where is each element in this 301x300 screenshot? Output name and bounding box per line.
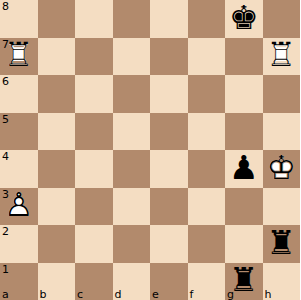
square-c6[interactable]	[75, 75, 113, 113]
square-e7[interactable]	[150, 38, 188, 76]
square-h4[interactable]: ♚♔	[263, 150, 301, 188]
square-c8[interactable]	[75, 0, 113, 38]
square-a2[interactable]: 2	[0, 225, 38, 263]
square-g7[interactable]	[225, 38, 263, 76]
square-f2[interactable]	[188, 225, 226, 263]
chess-board: 8♚7♜♖♜♖654♟♚♔3♟♙2♜1abcdefg♜h	[0, 0, 300, 300]
file-label-h: h	[265, 289, 272, 300]
square-b7[interactable]	[38, 38, 76, 76]
square-d2[interactable]	[113, 225, 151, 263]
square-d1[interactable]: d	[113, 263, 151, 300]
square-e6[interactable]	[150, 75, 188, 113]
square-g1[interactable]: g♜	[225, 263, 263, 300]
square-e2[interactable]	[150, 225, 188, 263]
square-f4[interactable]	[188, 150, 226, 188]
square-g5[interactable]	[225, 113, 263, 151]
black-rook-glyph: ♜	[266, 226, 296, 259]
piece-black-rook-g1[interactable]: ♜	[225, 263, 263, 300]
square-c7[interactable]	[75, 38, 113, 76]
black-rook-glyph: ♜	[229, 263, 259, 296]
piece-black-rook-h2[interactable]: ♜	[263, 225, 301, 263]
black-pawn-glyph: ♟	[229, 151, 259, 184]
square-d4[interactable]	[113, 150, 151, 188]
square-g4[interactable]: ♟	[225, 150, 263, 188]
file-label-c: c	[77, 289, 83, 300]
rank-label-1: 1	[2, 264, 9, 275]
square-e8[interactable]	[150, 0, 188, 38]
square-f7[interactable]	[188, 38, 226, 76]
square-c1[interactable]: c	[75, 263, 113, 300]
file-label-b: b	[40, 289, 47, 300]
square-d3[interactable]	[113, 188, 151, 226]
rank-label-6: 6	[2, 76, 9, 87]
square-d5[interactable]	[113, 113, 151, 151]
square-h8[interactable]	[263, 0, 301, 38]
square-b2[interactable]	[38, 225, 76, 263]
square-a7[interactable]: 7♜♖	[0, 38, 38, 76]
piece-white-pawn-a3[interactable]: ♟♙	[0, 188, 38, 226]
white-king-glyph: ♔	[266, 151, 296, 184]
square-c2[interactable]	[75, 225, 113, 263]
white-pawn-glyph: ♙	[4, 188, 34, 221]
square-g6[interactable]	[225, 75, 263, 113]
square-f1[interactable]: f	[188, 263, 226, 300]
square-b4[interactable]	[38, 150, 76, 188]
square-d6[interactable]	[113, 75, 151, 113]
piece-white-king-h4[interactable]: ♚♔	[263, 150, 301, 188]
piece-black-king-g8[interactable]: ♚	[225, 0, 263, 38]
square-b5[interactable]	[38, 113, 76, 151]
square-e3[interactable]	[150, 188, 188, 226]
square-c5[interactable]	[75, 113, 113, 151]
square-b1[interactable]: b	[38, 263, 76, 300]
square-e4[interactable]	[150, 150, 188, 188]
square-a1[interactable]: 1a	[0, 263, 38, 300]
piece-black-pawn-g4[interactable]: ♟	[225, 150, 263, 188]
square-f5[interactable]	[188, 113, 226, 151]
square-d7[interactable]	[113, 38, 151, 76]
square-b6[interactable]	[38, 75, 76, 113]
file-label-a: a	[2, 289, 9, 300]
rank-label-2: 2	[2, 226, 9, 237]
piece-white-rook-a7[interactable]: ♜♖	[0, 38, 38, 76]
square-a4[interactable]: 4	[0, 150, 38, 188]
rank-label-4: 4	[2, 151, 9, 162]
square-b8[interactable]	[38, 0, 76, 38]
square-g3[interactable]	[225, 188, 263, 226]
square-e5[interactable]	[150, 113, 188, 151]
square-a3[interactable]: 3♟♙	[0, 188, 38, 226]
black-king-glyph: ♚	[229, 1, 259, 34]
square-d8[interactable]	[113, 0, 151, 38]
square-a8[interactable]: 8	[0, 0, 38, 38]
square-f6[interactable]	[188, 75, 226, 113]
square-c3[interactable]	[75, 188, 113, 226]
white-rook-glyph: ♖	[4, 38, 34, 71]
file-label-e: e	[152, 289, 159, 300]
square-h6[interactable]	[263, 75, 301, 113]
square-g8[interactable]: ♚	[225, 0, 263, 38]
piece-white-rook-h7[interactable]: ♜♖	[263, 38, 301, 76]
square-h1[interactable]: h	[263, 263, 301, 300]
rank-label-5: 5	[2, 114, 9, 125]
file-label-f: f	[190, 289, 194, 300]
square-h2[interactable]: ♜	[263, 225, 301, 263]
square-c4[interactable]	[75, 150, 113, 188]
square-a6[interactable]: 6	[0, 75, 38, 113]
square-h5[interactable]	[263, 113, 301, 151]
rank-label-8: 8	[2, 1, 9, 12]
white-rook-glyph: ♖	[266, 38, 296, 71]
square-f3[interactable]	[188, 188, 226, 226]
square-b3[interactable]	[38, 188, 76, 226]
square-a5[interactable]: 5	[0, 113, 38, 151]
square-h7[interactable]: ♜♖	[263, 38, 301, 76]
file-label-d: d	[115, 289, 122, 300]
square-f8[interactable]	[188, 0, 226, 38]
square-g2[interactable]	[225, 225, 263, 263]
square-e1[interactable]: e	[150, 263, 188, 300]
square-h3[interactable]	[263, 188, 301, 226]
